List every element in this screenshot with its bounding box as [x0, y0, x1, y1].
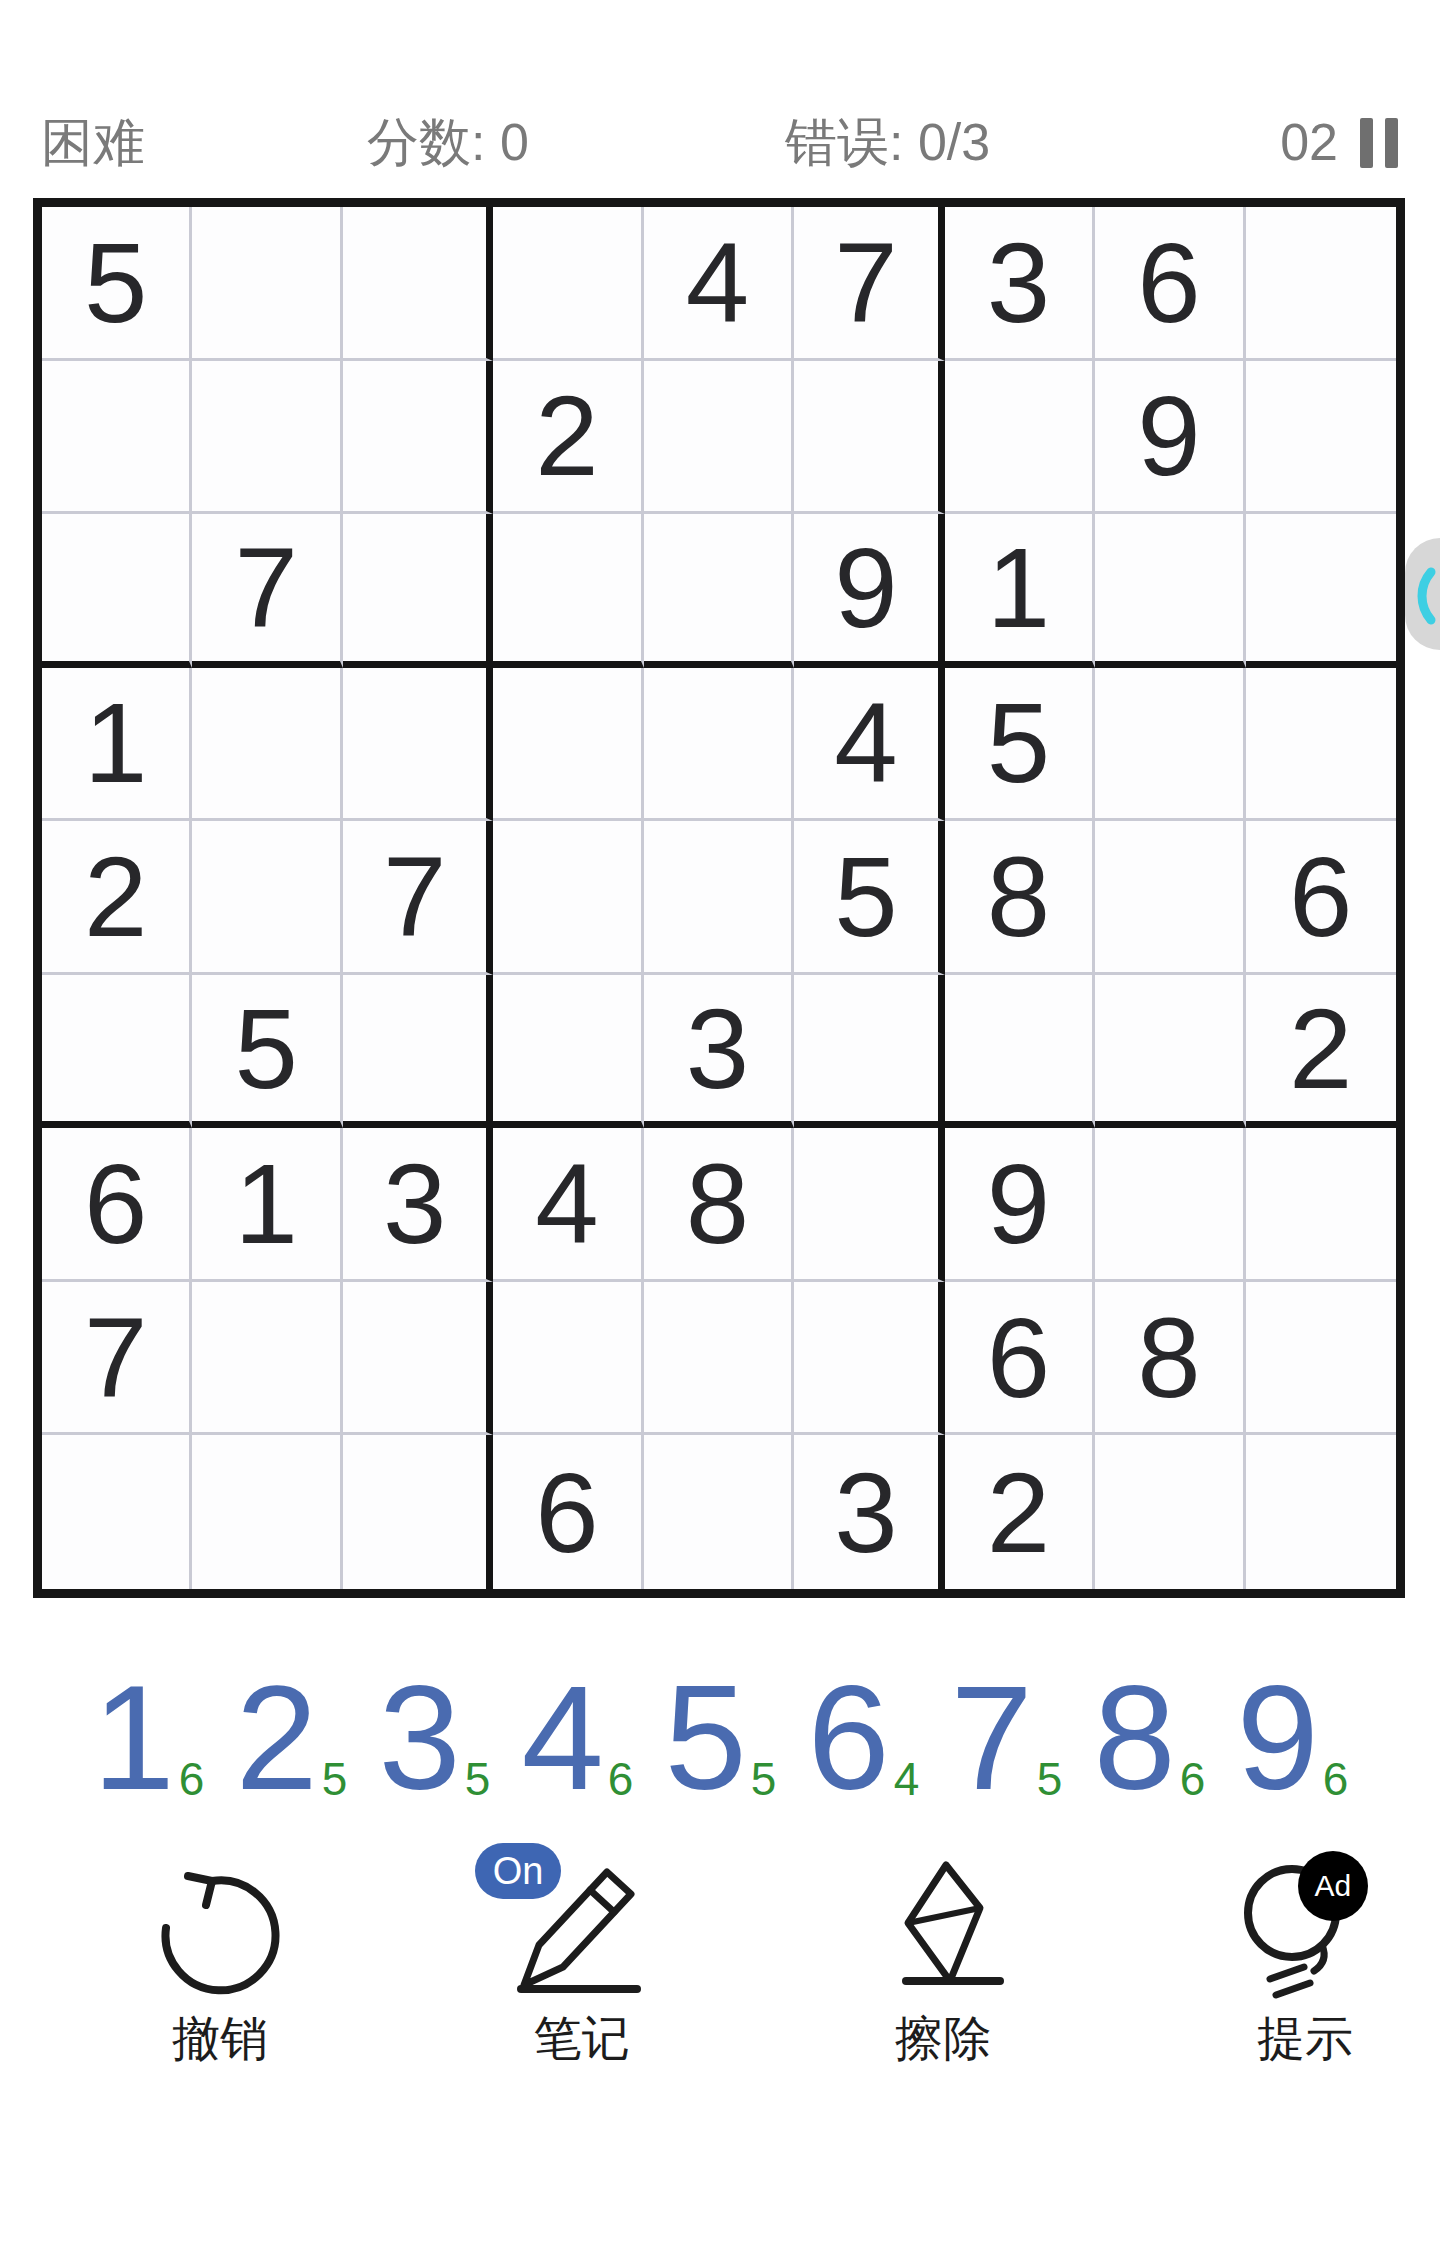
cell-r3c2[interactable]: 7: [192, 514, 342, 668]
notes-label: 笔记: [534, 2013, 630, 2066]
pad-digit-value: 9: [1237, 1664, 1319, 1812]
pad-digit-value: 3: [379, 1664, 461, 1812]
cell-r2c6[interactable]: [794, 361, 944, 515]
score-label: 分数: 0: [367, 108, 529, 176]
pad-digit-value: 2: [236, 1664, 318, 1812]
cell-r2c1[interactable]: [42, 361, 192, 515]
cell-r8c1[interactable]: 7: [42, 1282, 192, 1436]
timer-label: 02: [1280, 108, 1338, 176]
cell-r3c9[interactable]: [1246, 514, 1396, 668]
cell-r6c4[interactable]: [493, 975, 643, 1129]
cell-r5c7[interactable]: 8: [945, 821, 1095, 975]
cell-r1c2[interactable]: [192, 207, 342, 361]
cell-r3c3[interactable]: [343, 514, 493, 668]
cell-r9c6[interactable]: 3: [794, 1435, 944, 1589]
erase-button[interactable]: 擦除: [818, 1853, 1068, 2066]
cell-r5c6[interactable]: 5: [794, 821, 944, 975]
hint-label: 提示: [1257, 2013, 1353, 2066]
cell-r3c7[interactable]: 1: [945, 514, 1095, 668]
cell-r8c5[interactable]: [644, 1282, 794, 1436]
pad-digit-6[interactable]: 64: [792, 1662, 935, 1812]
pad-digit-value: 1: [93, 1664, 175, 1812]
pad-digit-2[interactable]: 25: [220, 1662, 363, 1812]
cell-r3c6[interactable]: 9: [794, 514, 944, 668]
chevron-left-arc-icon: [1405, 538, 1440, 650]
cell-r9c3[interactable]: [343, 1435, 493, 1589]
cell-r3c5[interactable]: [644, 514, 794, 668]
notes-on-badge: On: [475, 1843, 562, 1899]
pause-icon: [1360, 118, 1373, 168]
cell-r2c2[interactable]: [192, 361, 342, 515]
pad-digit-7[interactable]: 75: [935, 1662, 1078, 1812]
cell-r4c7[interactable]: 5: [945, 668, 1095, 822]
cell-r1c3[interactable]: [343, 207, 493, 361]
cell-r6c9[interactable]: 2: [1246, 975, 1396, 1129]
undo-label: 撤销: [172, 2013, 268, 2066]
cell-r7c5[interactable]: 8: [644, 1128, 794, 1282]
pad-digit-8[interactable]: 86: [1078, 1662, 1221, 1812]
cell-r5c1[interactable]: 2: [42, 821, 192, 975]
cell-r5c5[interactable]: [644, 821, 794, 975]
cell-r7c2[interactable]: 1: [192, 1128, 342, 1282]
number-pad: 162535465564758696: [77, 1662, 1364, 1812]
pad-digit-3[interactable]: 35: [363, 1662, 506, 1812]
cell-r5c9[interactable]: 6: [1246, 821, 1396, 975]
cell-r6c3[interactable]: [343, 975, 493, 1129]
cell-r5c2[interactable]: [192, 821, 342, 975]
cell-r8c2[interactable]: [192, 1282, 342, 1436]
pad-digit-value: 4: [522, 1664, 604, 1812]
cell-r4c1[interactable]: 1: [42, 668, 192, 822]
cell-r7c9[interactable]: [1246, 1128, 1396, 1282]
cell-r6c8[interactable]: [1095, 975, 1245, 1129]
cell-r8c7[interactable]: 6: [945, 1282, 1095, 1436]
pause-icon: [1385, 118, 1398, 168]
pad-remaining-count: 5: [465, 1756, 491, 1802]
cell-r3c4[interactable]: [493, 514, 643, 668]
cell-r1c4[interactable]: [493, 207, 643, 361]
cell-r4c2[interactable]: [192, 668, 342, 822]
undo-arrow-icon: [145, 1853, 295, 2003]
toolbar: 撤销 On 笔记 擦除 Ad 提示: [0, 1853, 1440, 2066]
pad-digit-5[interactable]: 55: [649, 1662, 792, 1812]
cell-r7c7[interactable]: 9: [945, 1128, 1095, 1282]
pad-digit-1[interactable]: 16: [77, 1662, 220, 1812]
cell-r6c1[interactable]: [42, 975, 192, 1129]
cell-r2c4[interactable]: 2: [493, 361, 643, 515]
cell-r9c4[interactable]: 6: [493, 1435, 643, 1589]
eraser-icon: [868, 1853, 1018, 2003]
sudoku-app: { "game": "sudoku", "position": "5000473…: [0, 0, 1440, 2252]
pad-remaining-count: 6: [608, 1756, 634, 1802]
sudoku-board: 547362979114527586532613489768632: [33, 198, 1405, 1598]
cell-r9c8[interactable]: [1095, 1435, 1245, 1589]
cell-r7c3[interactable]: 3: [343, 1128, 493, 1282]
cell-r8c4[interactable]: [493, 1282, 643, 1436]
cell-r3c1[interactable]: [42, 514, 192, 668]
pad-remaining-count: 4: [894, 1756, 920, 1802]
pad-remaining-count: 6: [1180, 1756, 1206, 1802]
pad-digit-4[interactable]: 46: [506, 1662, 649, 1812]
cell-r4c8[interactable]: [1095, 668, 1245, 822]
floating-widget-button[interactable]: [1405, 538, 1440, 650]
pad-digit-value: 5: [665, 1664, 747, 1812]
pause-button[interactable]: [1360, 118, 1398, 168]
undo-button[interactable]: 撤销: [95, 1853, 345, 2066]
pad-digit-value: 8: [1094, 1664, 1176, 1812]
cell-r4c4[interactable]: [493, 668, 643, 822]
cell-r2c8[interactable]: 9: [1095, 361, 1245, 515]
cell-r8c9[interactable]: [1246, 1282, 1396, 1436]
cell-r1c8[interactable]: 6: [1095, 207, 1245, 361]
cell-r1c5[interactable]: 4: [644, 207, 794, 361]
cell-r6c5[interactable]: 3: [644, 975, 794, 1129]
pad-remaining-count: 6: [179, 1756, 205, 1802]
cell-r1c9[interactable]: [1246, 207, 1396, 361]
pad-digit-value: 7: [951, 1664, 1033, 1812]
cell-r1c7[interactable]: 3: [945, 207, 1095, 361]
cell-r1c1[interactable]: 5: [42, 207, 192, 361]
cell-r9c5[interactable]: [644, 1435, 794, 1589]
cell-r7c1[interactable]: 6: [42, 1128, 192, 1282]
cell-r8c6[interactable]: [794, 1282, 944, 1436]
erase-label: 擦除: [895, 2013, 991, 2066]
cell-r3c8[interactable]: [1095, 514, 1245, 668]
notes-button[interactable]: On 笔记: [457, 1853, 707, 2066]
hint-ad-badge: Ad: [1298, 1851, 1368, 1921]
cell-r6c6[interactable]: [794, 975, 944, 1129]
cell-r4c9[interactable]: [1246, 668, 1396, 822]
mistakes-label: 错误: 0/3: [785, 108, 990, 176]
cell-r7c6[interactable]: [794, 1128, 944, 1282]
cell-r6c2[interactable]: 5: [192, 975, 342, 1129]
cell-r5c4[interactable]: [493, 821, 643, 975]
cell-r5c3[interactable]: 7: [343, 821, 493, 975]
cell-r7c4[interactable]: 4: [493, 1128, 643, 1282]
cell-r4c3[interactable]: [343, 668, 493, 822]
cell-r5c8[interactable]: [1095, 821, 1245, 975]
cell-r1c6[interactable]: 7: [794, 207, 944, 361]
cell-r9c2[interactable]: [192, 1435, 342, 1589]
hint-button[interactable]: Ad 提示: [1180, 1853, 1430, 2066]
cell-r4c6[interactable]: 4: [794, 668, 944, 822]
pad-remaining-count: 6: [1323, 1756, 1349, 1802]
cell-r4c5[interactable]: [644, 668, 794, 822]
cell-r8c3[interactable]: [343, 1282, 493, 1436]
difficulty-label: 困难: [41, 108, 145, 176]
cell-r2c7[interactable]: [945, 361, 1095, 515]
pad-digit-value: 6: [808, 1664, 890, 1812]
cell-r9c7[interactable]: 2: [945, 1435, 1095, 1589]
pad-digit-9[interactable]: 96: [1221, 1662, 1364, 1812]
pad-remaining-count: 5: [1037, 1756, 1063, 1802]
cell-r9c9[interactable]: [1246, 1435, 1396, 1589]
cell-r8c8[interactable]: 8: [1095, 1282, 1245, 1436]
cell-r9c1[interactable]: [42, 1435, 192, 1589]
cell-r2c5[interactable]: [644, 361, 794, 515]
pad-remaining-count: 5: [322, 1756, 348, 1802]
cell-r6c7[interactable]: [945, 975, 1095, 1129]
header-bar: 困难 分数: 0 错误: 0/3 02: [0, 108, 1440, 176]
cell-r2c9[interactable]: [1246, 361, 1396, 515]
pad-remaining-count: 5: [751, 1756, 777, 1802]
cell-r7c8[interactable]: [1095, 1128, 1245, 1282]
cell-r2c3[interactable]: [343, 361, 493, 515]
